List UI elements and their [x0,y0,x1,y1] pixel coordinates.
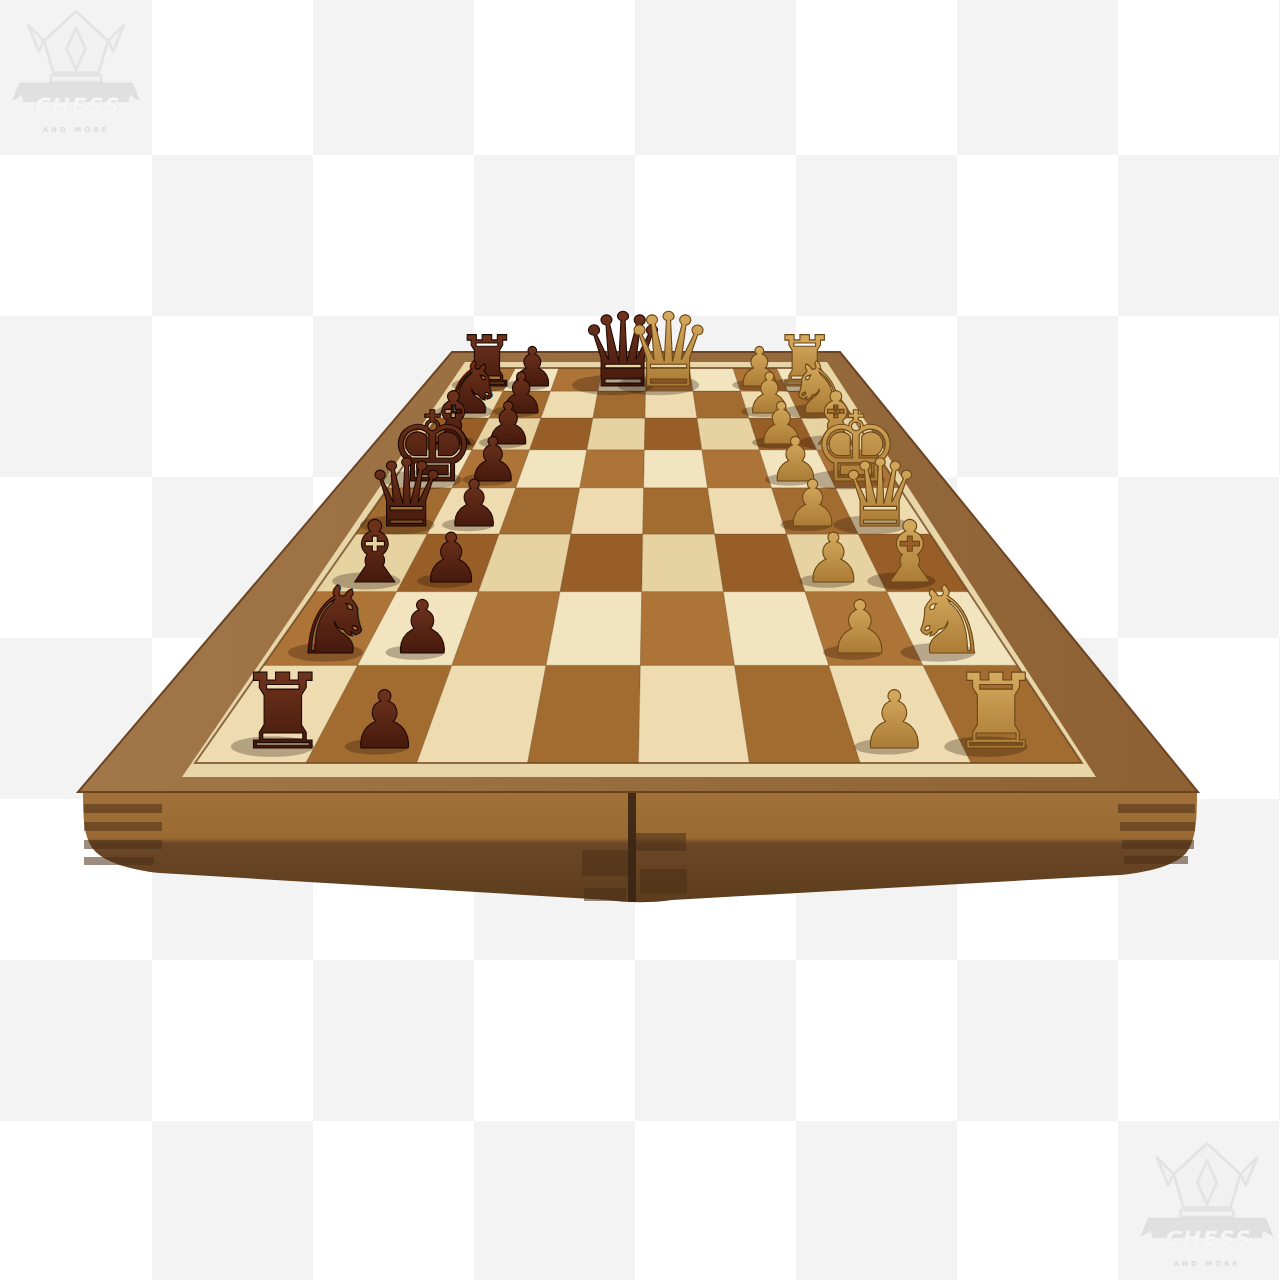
piece-white-pawn-b2: ♟ [823,585,893,670]
finger-joint [584,888,626,901]
finger-joint [640,869,687,894]
square-c4 [642,534,724,592]
piece-glyph: ♟ [827,585,893,670]
square-c5 [560,534,643,592]
piece-white-pawn-a2: ♟ [854,674,930,767]
piece-white-rook-a1: ♜ [944,651,1043,773]
square-a4 [639,665,750,763]
product-photo-canvas: CHESS AND MORE CHESS AND MORE ♜♟♛♜♟♛♞♟♞♟… [0,0,1280,1280]
square-d4 [643,488,715,534]
piece-black-rook-a8: ♜ [231,651,330,773]
finger-joint [1118,804,1195,813]
piece-white-spare-queen-h4: ♛ [617,291,714,410]
piece-glyph: ♜ [950,651,1043,773]
piece-glyph: ♜ [236,651,329,773]
piece-glyph: ♟ [389,585,455,670]
piece-glyph: ♟ [349,674,421,767]
piece-black-pawn-b7: ♟ [386,585,456,670]
finger-joint [84,804,162,813]
fold-seam [628,791,636,902]
square-b5 [546,592,642,666]
finger-joint [84,822,162,831]
square-a5 [528,665,641,763]
finger-joint [1122,840,1194,849]
square-f5 [587,418,645,450]
finger-joint [84,840,162,849]
finger-joint [84,857,154,865]
square-f4 [644,418,702,450]
piece-black-pawn-a7: ♟ [345,674,421,767]
finger-joint [582,850,628,876]
square-e5 [580,450,645,488]
piece-glyph: ♛ [623,291,715,410]
finger-joint [1124,856,1188,864]
piece-glyph: ♟ [858,674,930,767]
finger-joint [636,833,686,851]
square-d5 [571,488,644,534]
finger-joint [1120,822,1195,831]
square-e4 [644,450,708,488]
chess-set-photo: ♜♟♛♜♟♛♞♟♞♟♝♟♝♟♚♟♚♟♛♟♛♟♝♟♝♟♞♟♞♟♜♟♜♟ [0,0,1280,1280]
square-b4 [640,592,734,666]
